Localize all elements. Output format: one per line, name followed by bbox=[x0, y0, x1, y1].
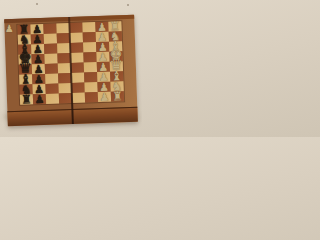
piece-black-pawn[interactable]: ♟ bbox=[34, 94, 44, 105]
piece-white-pawn[interactable]: ♟ bbox=[99, 92, 109, 103]
square-d6[interactable] bbox=[45, 63, 58, 73]
square-f3[interactable] bbox=[83, 42, 96, 52]
square-h3[interactable] bbox=[82, 22, 95, 32]
square-a7[interactable]: ♟ bbox=[33, 94, 46, 104]
square-a4[interactable] bbox=[72, 93, 85, 103]
chess-board: ♜♟♟♜♞♟♟♞♝♟♟♝♚♟♟♚♛♟♟♛♝♟♟♝♞♟♟♞♜♟♟♜ bbox=[4, 15, 138, 126]
square-a3[interactable] bbox=[85, 92, 98, 102]
square-g4[interactable] bbox=[70, 33, 83, 43]
square-c4[interactable] bbox=[71, 73, 84, 83]
square-e3[interactable] bbox=[83, 52, 96, 62]
square-b3[interactable] bbox=[84, 82, 97, 92]
square-h4[interactable] bbox=[69, 23, 82, 33]
square-g3[interactable] bbox=[83, 32, 96, 42]
square-b6[interactable] bbox=[45, 83, 58, 93]
dust-speck bbox=[36, 3, 38, 5]
square-h6[interactable] bbox=[43, 23, 56, 33]
square-d4[interactable] bbox=[71, 63, 84, 73]
square-c6[interactable] bbox=[45, 73, 58, 83]
square-e6[interactable] bbox=[44, 53, 57, 63]
piece-black-rook[interactable]: ♜ bbox=[21, 93, 32, 105]
dust-speck bbox=[127, 4, 129, 6]
piece-white-rook[interactable]: ♜ bbox=[112, 90, 123, 102]
square-a2[interactable]: ♟ bbox=[98, 92, 111, 102]
square-a8[interactable]: ♜ bbox=[20, 94, 33, 104]
square-a1[interactable]: ♜ bbox=[111, 91, 124, 101]
stray-light-piece[interactable]: ♟ bbox=[5, 24, 14, 34]
square-f6[interactable] bbox=[44, 43, 57, 53]
square-d3[interactable] bbox=[84, 62, 97, 72]
square-g6[interactable] bbox=[44, 33, 57, 43]
square-b4[interactable] bbox=[71, 83, 84, 93]
table-surface: ♜♟♟♜♞♟♟♞♝♟♟♝♚♟♟♚♛♟♟♛♝♟♟♝♞♟♟♞♜♟♟♜ ♟ bbox=[0, 0, 142, 137]
square-a6[interactable] bbox=[46, 93, 59, 103]
square-f4[interactable] bbox=[70, 43, 83, 53]
square-e4[interactable] bbox=[70, 53, 83, 63]
square-c3[interactable] bbox=[84, 72, 97, 82]
